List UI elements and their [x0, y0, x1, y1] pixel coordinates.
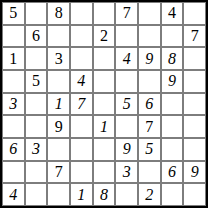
- cell-r1c2[interactable]: [25, 2, 48, 25]
- cell-r1c3[interactable]: 8: [47, 2, 70, 25]
- cell-r1c7[interactable]: [138, 2, 161, 25]
- cell-r1c4[interactable]: [70, 2, 93, 25]
- cell-r2c4[interactable]: [70, 25, 93, 48]
- cell-r2c1[interactable]: [2, 25, 25, 48]
- cell-r1c9[interactable]: [183, 2, 206, 25]
- cell-r2c8[interactable]: [161, 25, 184, 48]
- cell-r5c9[interactable]: [183, 93, 206, 116]
- cell-r6c5[interactable]: 1: [93, 115, 116, 138]
- cell-r9c6[interactable]: [115, 183, 138, 206]
- cell-r3c7[interactable]: 9: [138, 47, 161, 70]
- cell-r7c9[interactable]: [183, 138, 206, 161]
- cell-r4c3[interactable]: [47, 70, 70, 93]
- cell-r1c1[interactable]: 5: [2, 2, 25, 25]
- cell-r4c7[interactable]: [138, 70, 161, 93]
- cell-r3c8[interactable]: 8: [161, 47, 184, 70]
- cell-r8c6[interactable]: 3: [115, 161, 138, 184]
- cell-r4c8[interactable]: 9: [161, 70, 184, 93]
- cell-r5c3[interactable]: 1: [47, 93, 70, 116]
- cell-r2c6[interactable]: [115, 25, 138, 48]
- cell-r2c5[interactable]: 2: [93, 25, 116, 48]
- cell-r1c8[interactable]: 4: [161, 2, 184, 25]
- cell-r8c4[interactable]: [70, 161, 93, 184]
- cell-r8c8[interactable]: 6: [161, 161, 184, 184]
- cell-r7c4[interactable]: [70, 138, 93, 161]
- cell-r7c7[interactable]: 5: [138, 138, 161, 161]
- cell-r5c8[interactable]: [161, 93, 184, 116]
- cell-r2c9[interactable]: 7: [183, 25, 206, 48]
- cell-r9c5[interactable]: 8: [93, 183, 116, 206]
- cell-r6c4[interactable]: [70, 115, 93, 138]
- cell-r8c7[interactable]: [138, 161, 161, 184]
- cell-r5c2[interactable]: [25, 93, 48, 116]
- cell-r5c4[interactable]: 7: [70, 93, 93, 116]
- cell-r4c4[interactable]: 4: [70, 70, 93, 93]
- cell-r4c1[interactable]: [2, 70, 25, 93]
- sudoku-board: 58746271349854931756917639573694182: [0, 0, 208, 208]
- cell-r6c6[interactable]: [115, 115, 138, 138]
- cell-r7c6[interactable]: 9: [115, 138, 138, 161]
- cell-r3c6[interactable]: 4: [115, 47, 138, 70]
- cell-r9c1[interactable]: 4: [2, 183, 25, 206]
- cell-r9c8[interactable]: [161, 183, 184, 206]
- cell-r2c2[interactable]: 6: [25, 25, 48, 48]
- cell-r2c7[interactable]: [138, 25, 161, 48]
- cell-r3c2[interactable]: [25, 47, 48, 70]
- cell-r3c3[interactable]: 3: [47, 47, 70, 70]
- cell-r3c5[interactable]: [93, 47, 116, 70]
- cell-r4c9[interactable]: [183, 70, 206, 93]
- cell-r8c9[interactable]: 9: [183, 161, 206, 184]
- cell-r4c5[interactable]: [93, 70, 116, 93]
- cell-r5c6[interactable]: 5: [115, 93, 138, 116]
- cell-r7c8[interactable]: [161, 138, 184, 161]
- cell-r7c1[interactable]: 6: [2, 138, 25, 161]
- cell-r7c2[interactable]: 3: [25, 138, 48, 161]
- cell-r8c1[interactable]: [2, 161, 25, 184]
- cell-r3c1[interactable]: 1: [2, 47, 25, 70]
- cell-r8c3[interactable]: 7: [47, 161, 70, 184]
- cell-r4c2[interactable]: 5: [25, 70, 48, 93]
- cell-r9c3[interactable]: [47, 183, 70, 206]
- cell-r2c3[interactable]: [47, 25, 70, 48]
- cell-r3c4[interactable]: [70, 47, 93, 70]
- cell-r6c1[interactable]: [2, 115, 25, 138]
- cell-r6c9[interactable]: [183, 115, 206, 138]
- cell-r5c7[interactable]: 6: [138, 93, 161, 116]
- cell-r7c3[interactable]: [47, 138, 70, 161]
- cell-r1c5[interactable]: [93, 2, 116, 25]
- cell-r9c4[interactable]: 1: [70, 183, 93, 206]
- cell-r6c2[interactable]: [25, 115, 48, 138]
- cell-r9c2[interactable]: [25, 183, 48, 206]
- cell-r3c9[interactable]: [183, 47, 206, 70]
- cell-r8c2[interactable]: [25, 161, 48, 184]
- cell-r5c5[interactable]: [93, 93, 116, 116]
- cell-r7c5[interactable]: [93, 138, 116, 161]
- cell-r5c1[interactable]: 3: [2, 93, 25, 116]
- cell-r6c7[interactable]: 7: [138, 115, 161, 138]
- cell-r4c6[interactable]: [115, 70, 138, 93]
- cell-r8c5[interactable]: [93, 161, 116, 184]
- cell-r9c9[interactable]: [183, 183, 206, 206]
- cell-r6c8[interactable]: [161, 115, 184, 138]
- cell-r9c7[interactable]: 2: [138, 183, 161, 206]
- cell-r6c3[interactable]: 9: [47, 115, 70, 138]
- cell-r1c6[interactable]: 7: [115, 2, 138, 25]
